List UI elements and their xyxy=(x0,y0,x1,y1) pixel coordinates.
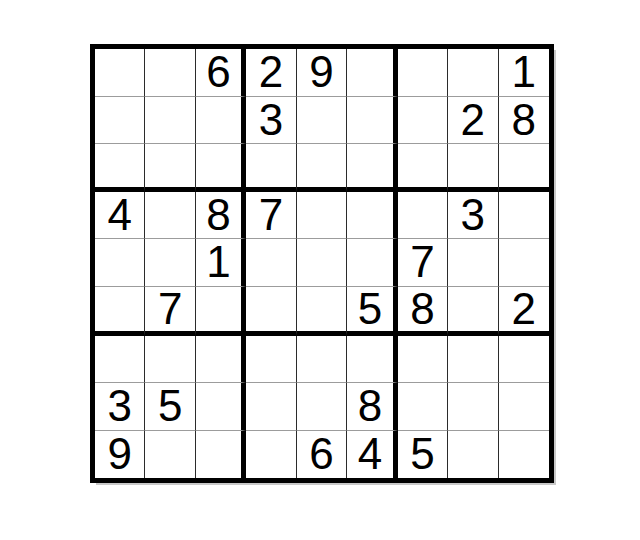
cell-r8c5-empty[interactable] xyxy=(297,383,347,431)
cell-r7c5-empty[interactable] xyxy=(297,336,347,384)
cell-r9c6-given: 4 xyxy=(347,431,397,479)
cell-r4c8-given: 3 xyxy=(448,192,498,240)
cell-r5c3-given: 1 xyxy=(196,239,246,287)
cell-r6c1-empty[interactable] xyxy=(95,287,145,336)
cell-r1c2-empty[interactable] xyxy=(145,49,195,97)
cell-r1c8-empty[interactable] xyxy=(448,49,498,97)
cell-r3c4-empty[interactable] xyxy=(246,144,296,192)
cell-r4c4-given: 7 xyxy=(246,192,296,240)
cell-r5c4-empty[interactable] xyxy=(246,239,296,287)
cell-r4c1-given: 4 xyxy=(95,192,145,240)
cell-r4c9-empty[interactable] xyxy=(499,192,549,240)
cell-r4c7-empty[interactable] xyxy=(398,192,448,240)
cell-r8c2-given: 5 xyxy=(145,383,195,431)
cell-r6c6-given: 5 xyxy=(347,287,397,336)
cell-r7c1-empty[interactable] xyxy=(95,336,145,384)
cell-r7c7-empty[interactable] xyxy=(398,336,448,384)
cell-r7c8-empty[interactable] xyxy=(448,336,498,384)
cell-r1c7-empty[interactable] xyxy=(398,49,448,97)
cell-r5c6-empty[interactable] xyxy=(347,239,397,287)
cell-r7c2-empty[interactable] xyxy=(145,336,195,384)
cell-r7c9-empty[interactable] xyxy=(499,336,549,384)
cell-r8c7-empty[interactable] xyxy=(398,383,448,431)
cell-r3c1-empty[interactable] xyxy=(95,144,145,192)
cell-r1c6-empty[interactable] xyxy=(347,49,397,97)
cell-r1c5-given: 9 xyxy=(297,49,347,97)
cell-r1c4-given: 2 xyxy=(246,49,296,97)
cell-r2c4-given: 3 xyxy=(246,97,296,145)
cell-r1c3-given: 6 xyxy=(196,49,246,97)
cell-r7c3-empty[interactable] xyxy=(196,336,246,384)
cell-r8c1-given: 3 xyxy=(95,383,145,431)
cell-r8c8-empty[interactable] xyxy=(448,383,498,431)
cell-r8c4-empty[interactable] xyxy=(246,383,296,431)
cell-r9c7-given: 5 xyxy=(398,431,448,479)
cell-r8c9-empty[interactable] xyxy=(499,383,549,431)
cell-r1c1-empty[interactable] xyxy=(95,49,145,97)
cell-r6c4-empty[interactable] xyxy=(246,287,296,336)
cell-r6c3-empty[interactable] xyxy=(196,287,246,336)
cell-r3c7-empty[interactable] xyxy=(398,144,448,192)
cell-r2c5-empty[interactable] xyxy=(297,97,347,145)
cell-r3c6-empty[interactable] xyxy=(347,144,397,192)
cell-r2c7-empty[interactable] xyxy=(398,97,448,145)
cell-r5c7-given: 7 xyxy=(398,239,448,287)
cell-r4c3-given: 8 xyxy=(196,192,246,240)
cell-r1c9-given: 1 xyxy=(499,49,549,97)
cell-r5c2-empty[interactable] xyxy=(145,239,195,287)
sudoku-board: 629132848731775823589645 xyxy=(90,44,554,483)
cell-r8c6-given: 8 xyxy=(347,383,397,431)
cell-r6c9-given: 2 xyxy=(499,287,549,336)
cell-r4c2-empty[interactable] xyxy=(145,192,195,240)
cell-r8c3-empty[interactable] xyxy=(196,383,246,431)
cell-r3c3-empty[interactable] xyxy=(196,144,246,192)
cell-r6c8-empty[interactable] xyxy=(448,287,498,336)
cell-r5c9-empty[interactable] xyxy=(499,239,549,287)
cell-r3c2-empty[interactable] xyxy=(145,144,195,192)
cell-r9c4-empty[interactable] xyxy=(246,431,296,479)
cell-r2c3-empty[interactable] xyxy=(196,97,246,145)
cell-r6c5-empty[interactable] xyxy=(297,287,347,336)
cell-r5c1-empty[interactable] xyxy=(95,239,145,287)
cell-r9c1-given: 9 xyxy=(95,431,145,479)
cell-r2c1-empty[interactable] xyxy=(95,97,145,145)
cell-r2c8-given: 2 xyxy=(448,97,498,145)
cell-r7c4-empty[interactable] xyxy=(246,336,296,384)
cell-r6c7-given: 8 xyxy=(398,287,448,336)
cell-r2c6-empty[interactable] xyxy=(347,97,397,145)
cell-r3c5-empty[interactable] xyxy=(297,144,347,192)
cell-r9c2-empty[interactable] xyxy=(145,431,195,479)
cell-r2c2-empty[interactable] xyxy=(145,97,195,145)
cell-r4c5-empty[interactable] xyxy=(297,192,347,240)
cell-r9c5-given: 6 xyxy=(297,431,347,479)
cell-r9c3-empty[interactable] xyxy=(196,431,246,479)
cell-r5c8-empty[interactable] xyxy=(448,239,498,287)
cell-r3c9-empty[interactable] xyxy=(499,144,549,192)
cell-r5c5-empty[interactable] xyxy=(297,239,347,287)
cell-r4c6-empty[interactable] xyxy=(347,192,397,240)
cell-r2c9-given: 8 xyxy=(499,97,549,145)
cell-r9c9-empty[interactable] xyxy=(499,431,549,479)
cell-r7c6-empty[interactable] xyxy=(347,336,397,384)
cell-r9c8-empty[interactable] xyxy=(448,431,498,479)
page: 629132848731775823589645 xyxy=(0,0,640,540)
cell-r3c8-empty[interactable] xyxy=(448,144,498,192)
cell-r6c2-given: 7 xyxy=(145,287,195,336)
